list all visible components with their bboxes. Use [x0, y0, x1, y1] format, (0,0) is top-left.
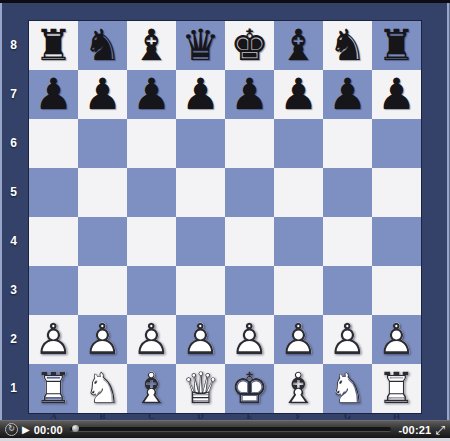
square-g8: ♞ — [323, 21, 372, 70]
square-e7: ♟ — [225, 70, 274, 119]
square-a3 — [29, 266, 78, 315]
rank-label-6: 6 — [0, 118, 27, 167]
square-e5 — [225, 168, 274, 217]
piece-black-queen: ♛ — [181, 24, 220, 67]
square-d4 — [176, 217, 225, 266]
square-f7: ♟ — [274, 70, 323, 119]
player-control-bar: ↻ ▶ 00:00 -00:21 ⤢ — [0, 420, 450, 438]
piece-white-pawn: ♟♙ — [230, 318, 269, 361]
piece-white-pawn: ♟♙ — [279, 318, 318, 361]
piece-white-bishop: ♝♗ — [132, 367, 171, 410]
play-icon[interactable]: ▶ — [22, 425, 30, 435]
piece-white-pawn: ♟♙ — [83, 318, 122, 361]
rank-label-4: 4 — [0, 216, 27, 265]
square-f4 — [274, 217, 323, 266]
square-a2: ♟♙ — [29, 315, 78, 364]
square-d3 — [176, 266, 225, 315]
square-h3 — [372, 266, 421, 315]
piece-black-rook: ♜ — [377, 24, 416, 67]
piece-black-pawn: ♟ — [230, 73, 269, 116]
square-b8: ♞ — [78, 21, 127, 70]
square-h1: ♜♖ — [372, 364, 421, 413]
square-c6 — [127, 119, 176, 168]
square-f8: ♝ — [274, 21, 323, 70]
rank-label-3: 3 — [0, 265, 27, 314]
piece-white-rook: ♜♖ — [377, 367, 416, 410]
piece-white-pawn: ♟♙ — [181, 318, 220, 361]
playhead-knob[interactable] — [72, 425, 79, 432]
square-d5 — [176, 168, 225, 217]
piece-black-pawn: ♟ — [34, 73, 73, 116]
square-b1: ♞♘ — [78, 364, 127, 413]
rank-label-5: 5 — [0, 167, 27, 216]
piece-black-pawn: ♟ — [328, 73, 367, 116]
square-h4 — [372, 217, 421, 266]
rank-labels: 87654321 — [0, 20, 27, 412]
square-f1: ♝♗ — [274, 364, 323, 413]
piece-white-queen: ♛♕ — [181, 367, 220, 410]
square-c2: ♟♙ — [127, 315, 176, 364]
square-d8: ♛ — [176, 21, 225, 70]
square-e2: ♟♙ — [225, 315, 274, 364]
square-b6 — [78, 119, 127, 168]
chess-video-player: 87654321 ♜♞♝♛♚♝♞♜♟♟♟♟♟♟♟♟♟♙♟♙♟♙♟♙♟♙♟♙♟♙♟… — [0, 0, 450, 441]
square-g1: ♞♘ — [323, 364, 372, 413]
remaining-time: -00:21 — [398, 424, 431, 436]
fullscreen-icon[interactable]: ⤢ — [435, 424, 445, 436]
square-g6 — [323, 119, 372, 168]
square-c5 — [127, 168, 176, 217]
piece-black-knight: ♞ — [83, 24, 122, 67]
square-c8: ♝ — [127, 21, 176, 70]
square-c7: ♟ — [127, 70, 176, 119]
piece-white-pawn: ♟♙ — [132, 318, 171, 361]
square-h7: ♟ — [372, 70, 421, 119]
piece-black-pawn: ♟ — [181, 73, 220, 116]
square-e3 — [225, 266, 274, 315]
circular-arrow-icon[interactable]: ↻ — [5, 423, 18, 436]
square-e1: ♚♔ — [225, 364, 274, 413]
piece-black-rook: ♜ — [34, 24, 73, 67]
rank-label-8: 8 — [0, 20, 27, 69]
piece-white-rook: ♜♖ — [34, 367, 73, 410]
square-b2: ♟♙ — [78, 315, 127, 364]
square-h8: ♜ — [372, 21, 421, 70]
square-g4 — [323, 217, 372, 266]
square-e6 — [225, 119, 274, 168]
piece-white-king: ♚♔ — [230, 367, 269, 410]
square-a5 — [29, 168, 78, 217]
square-e4 — [225, 217, 274, 266]
square-a7: ♟ — [29, 70, 78, 119]
square-c3 — [127, 266, 176, 315]
square-b5 — [78, 168, 127, 217]
piece-black-bishop: ♝ — [279, 24, 318, 67]
piece-black-pawn: ♟ — [279, 73, 318, 116]
square-d2: ♟♙ — [176, 315, 225, 364]
square-c1: ♝♗ — [127, 364, 176, 413]
piece-black-pawn: ♟ — [83, 73, 122, 116]
square-f5 — [274, 168, 323, 217]
piece-white-bishop: ♝♗ — [279, 367, 318, 410]
top-edge — [0, 0, 450, 3]
square-a1: ♜♖ — [29, 364, 78, 413]
square-a4 — [29, 217, 78, 266]
square-a8: ♜ — [29, 21, 78, 70]
square-g2: ♟♙ — [323, 315, 372, 364]
square-b4 — [78, 217, 127, 266]
elapsed-time: 00:00 — [34, 424, 63, 436]
square-c4 — [127, 217, 176, 266]
piece-white-pawn: ♟♙ — [34, 318, 73, 361]
square-b7: ♟ — [78, 70, 127, 119]
square-d6 — [176, 119, 225, 168]
rank-label-7: 7 — [0, 69, 27, 118]
chess-board: ♜♞♝♛♚♝♞♜♟♟♟♟♟♟♟♟♟♙♟♙♟♙♟♙♟♙♟♙♟♙♟♙♜♖♞♘♝♗♛♕… — [28, 20, 422, 414]
piece-black-pawn: ♟ — [377, 73, 416, 116]
square-g7: ♟ — [323, 70, 372, 119]
square-a6 — [29, 119, 78, 168]
square-g3 — [323, 266, 372, 315]
square-f6 — [274, 119, 323, 168]
square-h6 — [372, 119, 421, 168]
piece-white-pawn: ♟♙ — [328, 318, 367, 361]
piece-white-pawn: ♟♙ — [377, 318, 416, 361]
piece-white-knight: ♞♘ — [328, 367, 367, 410]
rank-label-1: 1 — [0, 363, 27, 412]
square-g5 — [323, 168, 372, 217]
piece-black-pawn: ♟ — [132, 73, 171, 116]
square-h2: ♟♙ — [372, 315, 421, 364]
piece-white-knight: ♞♘ — [83, 367, 122, 410]
piece-black-bishop: ♝ — [132, 24, 171, 67]
piece-black-knight: ♞ — [328, 24, 367, 67]
piece-black-king: ♚ — [230, 24, 269, 67]
rank-label-2: 2 — [0, 314, 27, 363]
square-f3 — [274, 266, 323, 315]
square-d1: ♛♕ — [176, 364, 225, 413]
square-d7: ♟ — [176, 70, 225, 119]
square-f2: ♟♙ — [274, 315, 323, 364]
seek-track[interactable] — [70, 427, 392, 432]
square-h5 — [372, 168, 421, 217]
square-b3 — [78, 266, 127, 315]
square-e8: ♚ — [225, 21, 274, 70]
